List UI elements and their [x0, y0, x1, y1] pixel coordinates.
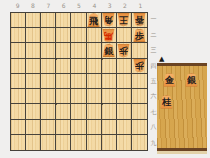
square-8八[interactable] [26, 120, 41, 135]
col-label-4: 4 [87, 1, 102, 10]
square-9九[interactable] [11, 135, 26, 150]
piece-kanji: 歩 [135, 30, 144, 41]
piece-kanji: 金 [165, 74, 174, 85]
piece-香-1一[interactable]: 香 [133, 13, 146, 27]
square-6三[interactable] [56, 43, 71, 58]
square-5三[interactable] [71, 43, 86, 58]
square-1五[interactable] [132, 74, 147, 89]
square-5八[interactable] [71, 120, 86, 135]
square-1六[interactable] [132, 89, 147, 104]
sente-marker-icon: ▲ [159, 55, 164, 63]
square-9五[interactable] [11, 74, 26, 89]
square-8一[interactable] [26, 13, 41, 28]
square-9八[interactable] [11, 120, 26, 135]
piece-stand: ▲ 金銀桂 [157, 56, 207, 154]
square-3八[interactable] [102, 120, 117, 135]
square-8五[interactable] [26, 74, 41, 89]
square-9三[interactable] [11, 43, 26, 58]
square-2八[interactable] [117, 120, 132, 135]
shogi-widget: 987654321 一二三四五六七八九 飛角王香馬歩銀歩歩 ▲ 金銀桂 [0, 0, 210, 158]
square-4八[interactable] [87, 120, 102, 135]
square-7四[interactable] [41, 59, 56, 74]
star-point [101, 58, 103, 60]
square-8三[interactable] [26, 43, 41, 58]
square-6七[interactable] [56, 104, 71, 119]
square-3六[interactable] [102, 89, 117, 104]
square-5九[interactable] [71, 135, 86, 150]
square-2四[interactable] [117, 59, 132, 74]
square-4三[interactable] [87, 43, 102, 58]
piece-歩-2三[interactable]: 歩 [117, 44, 130, 58]
square-9六[interactable] [11, 89, 26, 104]
square-2一[interactable]: 王 [117, 13, 132, 28]
square-2二[interactable] [117, 28, 132, 43]
square-4四[interactable] [87, 59, 102, 74]
square-6四[interactable] [56, 59, 71, 74]
piece-kanji: 飛 [89, 15, 98, 26]
piece-kanji: 桂 [162, 96, 171, 107]
square-3九[interactable] [102, 135, 117, 150]
piece-馬-3二[interactable]: 馬 [102, 29, 115, 43]
board-grid: 飛角王香馬歩銀歩歩 [11, 13, 147, 150]
row-label-1: 一 [149, 12, 158, 27]
square-1三[interactable] [132, 43, 147, 58]
piece-歩-1四[interactable]: 歩 [133, 59, 146, 73]
square-7三[interactable] [41, 43, 56, 58]
square-7六[interactable] [41, 89, 56, 104]
square-4七[interactable] [87, 104, 102, 119]
piece-kanji: 王 [119, 15, 128, 26]
square-5二[interactable] [71, 28, 86, 43]
square-5一[interactable] [71, 13, 86, 28]
square-7二[interactable] [41, 28, 56, 43]
col-label-1: 1 [133, 1, 148, 10]
square-9七[interactable] [11, 104, 26, 119]
square-1九[interactable] [132, 135, 147, 150]
piece-kanji: 歩 [119, 45, 128, 56]
piece-銀-3三[interactable]: 銀 [102, 44, 115, 58]
square-8九[interactable] [26, 135, 41, 150]
piece-kanji: 香 [135, 15, 144, 26]
square-9二[interactable] [11, 28, 26, 43]
square-2六[interactable] [117, 89, 132, 104]
square-8四[interactable] [26, 59, 41, 74]
square-8七[interactable] [26, 104, 41, 119]
square-3一[interactable]: 角 [102, 13, 117, 28]
square-7一[interactable] [41, 13, 56, 28]
col-label-8: 8 [25, 1, 40, 10]
square-9四[interactable] [11, 59, 26, 74]
piece-角-3一[interactable]: 角 [102, 13, 115, 27]
square-4五[interactable] [87, 74, 102, 89]
piece-kanji: 歩 [135, 60, 144, 71]
col-label-5: 5 [71, 1, 86, 10]
col-label-2: 2 [117, 1, 132, 10]
shogi-board[interactable]: 飛角王香馬歩銀歩歩 [10, 12, 148, 151]
square-9一[interactable] [11, 13, 26, 28]
square-1八[interactable] [132, 120, 147, 135]
square-1四[interactable]: 歩 [132, 59, 147, 74]
square-2五[interactable] [117, 74, 132, 89]
square-4九[interactable] [87, 135, 102, 150]
piece-飛-4一[interactable]: 飛 [87, 13, 100, 27]
square-4六[interactable] [87, 89, 102, 104]
square-8六[interactable] [26, 89, 41, 104]
square-2七[interactable] [117, 104, 132, 119]
square-5七[interactable] [71, 104, 86, 119]
column-labels: 987654321 [10, 1, 148, 10]
square-1一[interactable]: 香 [132, 13, 147, 28]
square-5六[interactable] [71, 89, 86, 104]
square-5五[interactable] [71, 74, 86, 89]
square-3四[interactable] [102, 59, 117, 74]
square-3三[interactable]: 銀 [102, 43, 117, 58]
komadai-base [157, 151, 207, 154]
square-3七[interactable] [102, 104, 117, 119]
square-5四[interactable] [71, 59, 86, 74]
row-label-2: 二 [149, 27, 158, 42]
square-6八[interactable] [56, 120, 71, 135]
square-6九[interactable] [56, 135, 71, 150]
square-1二[interactable]: 歩 [132, 28, 147, 43]
col-label-3: 3 [102, 1, 117, 10]
square-1七[interactable] [132, 104, 147, 119]
piece-歩-1二[interactable]: 歩 [133, 29, 146, 43]
square-3五[interactable] [102, 74, 117, 89]
piece-kanji: 角 [104, 15, 113, 26]
square-7五[interactable] [41, 74, 56, 89]
square-3二[interactable]: 馬 [102, 28, 117, 43]
square-7八[interactable] [41, 120, 56, 135]
square-6一[interactable] [56, 13, 71, 28]
square-6六[interactable] [56, 89, 71, 104]
col-label-9: 9 [10, 1, 25, 10]
square-4二[interactable] [87, 28, 102, 43]
square-2九[interactable] [117, 135, 132, 150]
square-6二[interactable] [56, 28, 71, 43]
piece-王-2一[interactable]: 王 [117, 13, 130, 27]
piece-kanji: 銀 [104, 45, 113, 56]
piece-kanji: 銀 [187, 74, 196, 85]
col-label-7: 7 [41, 1, 56, 10]
square-6五[interactable] [56, 74, 71, 89]
square-7九[interactable] [41, 135, 56, 150]
square-8二[interactable] [26, 28, 41, 43]
piece-kanji: 馬 [104, 30, 113, 41]
square-2三[interactable]: 歩 [117, 43, 132, 58]
col-label-6: 6 [56, 1, 71, 10]
square-7七[interactable] [41, 104, 56, 119]
square-4一[interactable]: 飛 [87, 13, 102, 28]
